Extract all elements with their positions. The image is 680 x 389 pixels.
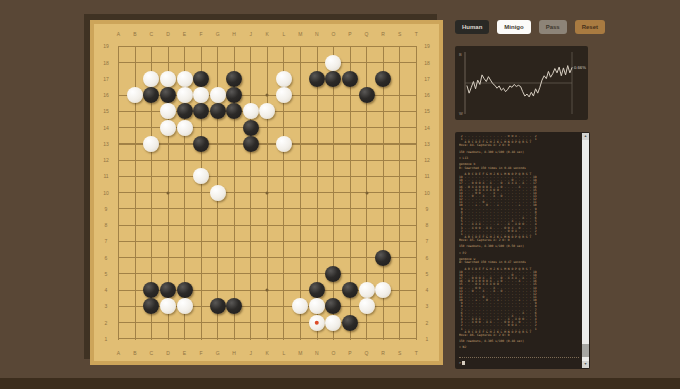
coordinate-label: Q (365, 350, 369, 356)
pass-button[interactable]: Pass (539, 20, 567, 34)
black-stone (210, 103, 226, 119)
y-axis-label-white: W (459, 111, 463, 116)
black-stone (309, 71, 325, 87)
coordinate-label: 8 (105, 222, 108, 228)
toolbar: Human Minigo Pass Reset (455, 20, 605, 34)
coordinate-label: 14 (424, 125, 430, 131)
black-stone (309, 282, 325, 298)
white-stone (276, 71, 292, 87)
terminal-scrollbar[interactable]: ▲ ▼ (582, 133, 589, 368)
coordinate-label: D (166, 31, 170, 37)
coordinate-label: P (348, 350, 351, 356)
coordinate-label: B (133, 350, 136, 356)
coordinate-label: N (315, 350, 319, 356)
coordinate-label: O (331, 350, 335, 356)
coordinate-label: 6 (105, 255, 108, 261)
coordinate-label: Q (365, 31, 369, 37)
coordinate-label: 2 (426, 320, 429, 326)
white-stone (177, 298, 193, 314)
scrollbar-thumb[interactable] (582, 344, 589, 357)
coordinate-label: J (249, 350, 252, 356)
white-stone (177, 87, 193, 103)
coordinate-label: 1 (426, 336, 429, 342)
coordinate-label: L (282, 31, 285, 37)
terminal-log: 2 . . . . . . . . . . . . O O X . . . . … (459, 135, 579, 357)
coordinate-label: 13 (424, 141, 430, 147)
black-stone (177, 282, 193, 298)
gtp-board-diagram: A B C D E F G H J K L M N O P Q R S T 19… (459, 268, 579, 334)
black-stone (177, 103, 193, 119)
coordinate-label: J (249, 31, 252, 37)
coordinate-label: A (117, 31, 120, 37)
coordinate-label: 12 (103, 157, 109, 163)
black-stone (342, 282, 358, 298)
coordinate-label: 5 (426, 271, 429, 277)
winrate-value-label: 0.66% (574, 65, 586, 70)
coordinate-label: E (183, 350, 186, 356)
white-stone (243, 103, 259, 119)
coordinate-label: S (398, 350, 401, 356)
white-stone (359, 282, 375, 298)
black-stone (243, 136, 259, 152)
coordinate-label: 10 (424, 190, 430, 196)
gtp-log-text: Move: 86. Captures X: 2 O: 0 150 readout… (459, 334, 579, 350)
black-stone (210, 298, 226, 314)
black-stone (342, 315, 358, 331)
coordinate-label: G (216, 31, 220, 37)
coordinate-label: L (282, 350, 285, 356)
coordinate-label: C (150, 31, 154, 37)
coordinate-label: N (315, 31, 319, 37)
coordinate-label: G (216, 350, 220, 356)
white-stone (160, 71, 176, 87)
coordinate-label: E (183, 31, 186, 37)
coordinate-label: K (266, 350, 269, 356)
white-stone (210, 185, 226, 201)
coordinate-label: 10 (103, 190, 109, 196)
white-stone (359, 298, 375, 314)
coordinate-label: K (266, 31, 269, 37)
coordinate-label: D (166, 350, 170, 356)
terminal-prompt[interactable]: > (459, 357, 579, 367)
coordinate-label: R (381, 350, 385, 356)
black-stone (160, 282, 176, 298)
white-stone (210, 87, 226, 103)
coordinate-label: 11 (424, 173, 429, 179)
coordinate-label: T (415, 31, 418, 37)
coordinate-label: 4 (105, 287, 108, 293)
white-stone (193, 87, 209, 103)
minigo-button[interactable]: Minigo (497, 20, 530, 34)
coordinate-label: M (298, 31, 302, 37)
coordinate-label: T (415, 350, 418, 356)
coordinate-label: 12 (424, 157, 430, 163)
coordinate-label: F (200, 350, 203, 356)
footer-bar (0, 378, 680, 389)
black-stone (359, 87, 375, 103)
black-stone (193, 136, 209, 152)
coordinate-label: 14 (103, 125, 109, 131)
white-stone (177, 71, 193, 87)
white-stone (177, 120, 193, 136)
coordinate-label: 18 (103, 60, 109, 66)
coordinate-label: R (381, 31, 385, 37)
prompt-char: > (459, 361, 461, 365)
coordinate-label: 17 (424, 76, 430, 82)
star-point (365, 191, 368, 194)
black-stone (193, 71, 209, 87)
white-stone (276, 136, 292, 152)
coordinate-label: H (232, 31, 236, 37)
coordinate-label: 3 (426, 303, 429, 309)
scroll-down-icon[interactable]: ▼ (582, 361, 589, 368)
coordinate-label: S (398, 31, 401, 37)
coordinate-label: 17 (103, 76, 109, 82)
coordinate-label: 7 (426, 238, 429, 244)
reset-button[interactable]: Reset (575, 20, 605, 34)
coordinate-label: 4 (426, 287, 429, 293)
coordinate-label: 18 (424, 60, 430, 66)
gtp-log-text: Move: 85. Captures X: 2 O: 0 150 readout… (459, 239, 579, 267)
coordinate-label: H (232, 350, 236, 356)
coordinate-label: 9 (105, 206, 108, 212)
black-stone (160, 87, 176, 103)
coordinate-label: 15 (103, 108, 109, 114)
coordinate-label: 19 (103, 43, 109, 49)
coordinate-label: 9 (426, 206, 429, 212)
white-stone (127, 87, 143, 103)
white-stone (160, 120, 176, 136)
coordinate-label: 8 (426, 222, 429, 228)
coordinate-label: A (117, 350, 120, 356)
white-stone (276, 87, 292, 103)
gtp-board-diagram: A B C D E F G H J K L M N O P Q R S T 19… (459, 173, 579, 239)
go-board[interactable]: AABBCCDDEEFFGGHHJJKKLLMMNNOOPPQQRRSSTT19… (90, 20, 443, 365)
terminal-panel: 2 . . . . . . . . . . . . O O X . . . . … (455, 132, 590, 369)
coordinate-label: 13 (103, 141, 109, 147)
last-move-marker (315, 320, 320, 325)
black-stone (342, 71, 358, 87)
coordinate-label: B (133, 31, 136, 37)
star-point (266, 289, 269, 292)
coordinate-label: 5 (105, 271, 108, 277)
board-field: AABBCCDDEEFFGGHHJJKKLLMMNNOOPPQQRRSSTT19… (94, 24, 439, 361)
coordinate-label: 16 (103, 92, 109, 98)
coordinate-label: M (298, 350, 302, 356)
terminal-cursor (462, 361, 465, 365)
coordinate-label: 11 (103, 173, 108, 179)
coordinate-label: 3 (105, 303, 108, 309)
black-stone (375, 71, 391, 87)
coordinate-label: P (348, 31, 351, 37)
coordinate-label: 15 (424, 108, 430, 114)
black-stone (243, 120, 259, 136)
black-stone (226, 71, 242, 87)
coordinate-label: 6 (426, 255, 429, 261)
star-point (166, 191, 169, 194)
coordinate-label: O (331, 31, 335, 37)
coordinate-label: 7 (105, 238, 108, 244)
white-stone (325, 315, 341, 331)
human-button[interactable]: Human (455, 20, 489, 34)
scroll-up-icon[interactable]: ▲ (582, 133, 589, 140)
coordinate-label: 1 (105, 336, 108, 342)
coordinate-label: 2 (105, 320, 108, 326)
star-point (266, 94, 269, 97)
winrate-chart: BW0.66% (455, 46, 588, 120)
coordinate-label: 16 (424, 92, 430, 98)
star-point (266, 191, 269, 194)
winrate-chart-svg: BW0.66% (455, 46, 588, 120)
gtp-log-text: 2 . . . . . . . . . . . . O O X . . . . … (459, 135, 579, 173)
coordinate-label: C (150, 350, 154, 356)
coordinate-label: F (200, 31, 203, 37)
white-stone (325, 55, 341, 71)
y-axis-label-black: B (459, 52, 462, 57)
black-stone (375, 250, 391, 266)
coordinate-label: 19 (424, 43, 430, 49)
